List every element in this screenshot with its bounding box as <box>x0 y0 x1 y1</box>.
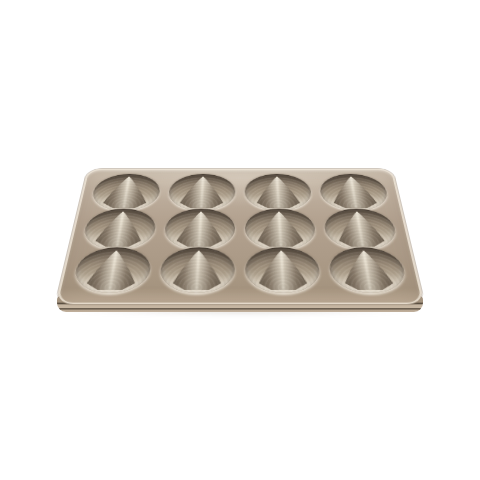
cavity-r3-c2 <box>158 247 235 293</box>
cavity-r3-c1 <box>71 247 153 293</box>
cavity-r1-c1 <box>89 174 162 211</box>
cavity-r3-c4 <box>327 247 409 293</box>
product-photo-stage <box>0 0 480 480</box>
cavity-cone <box>327 176 381 208</box>
cavity-r2-c1 <box>81 209 158 250</box>
cavity-cone <box>82 250 144 289</box>
cavity-r1-c3 <box>245 174 313 211</box>
cavity-cone <box>173 211 227 246</box>
pan-top-plate <box>55 169 424 305</box>
cavity-cone <box>99 176 153 208</box>
cavity-cone <box>168 250 225 289</box>
cavity-r3-c3 <box>245 247 322 293</box>
cavity-r2-c2 <box>163 209 235 250</box>
cavity-r2-c4 <box>322 209 399 250</box>
cavity-cone <box>253 176 304 208</box>
cavity-cone <box>176 176 227 208</box>
cavity-cone <box>254 211 308 246</box>
cavity-cone <box>332 211 390 246</box>
cavity-r1-c4 <box>318 174 391 211</box>
cavity-r1-c2 <box>167 174 235 211</box>
cavity-cone <box>337 250 399 289</box>
cavity-r2-c3 <box>245 209 317 250</box>
cavity-cone <box>91 211 149 246</box>
cavity-cone <box>255 250 312 289</box>
